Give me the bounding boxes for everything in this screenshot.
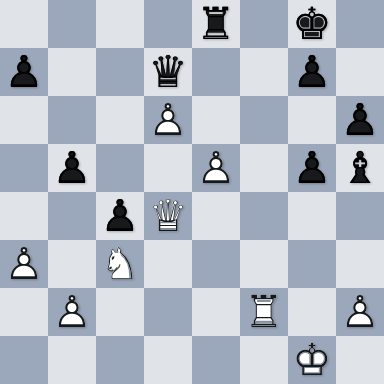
square-a7[interactable]: ♟♙ — [0, 48, 48, 96]
black-queen-glyph-outline: ♕ — [144, 48, 192, 96]
square-b1[interactable] — [48, 336, 96, 384]
square-e2[interactable] — [192, 288, 240, 336]
square-c7[interactable] — [96, 48, 144, 96]
black-pawn-glyph-outline: ♙ — [96, 192, 144, 240]
piece-black-rook[interactable]: ♜♖ — [192, 0, 240, 48]
piece-white-queen[interactable]: ♛♕ — [144, 192, 192, 240]
square-a3[interactable]: ♟♙ — [0, 240, 48, 288]
square-g5[interactable]: ♟♙ — [288, 144, 336, 192]
black-king-glyph-outline: ♔ — [288, 0, 336, 48]
square-a8[interactable] — [0, 0, 48, 48]
square-b6[interactable] — [48, 96, 96, 144]
white-pawn-glyph-outline: ♙ — [144, 96, 192, 144]
square-b3[interactable] — [48, 240, 96, 288]
black-pawn-glyph-outline: ♙ — [336, 96, 384, 144]
square-e3[interactable] — [192, 240, 240, 288]
piece-white-pawn[interactable]: ♟♙ — [0, 240, 48, 288]
black-pawn-glyph-outline: ♙ — [0, 48, 48, 96]
piece-black-king[interactable]: ♚♔ — [288, 0, 336, 48]
piece-black-pawn[interactable]: ♟♙ — [96, 192, 144, 240]
piece-white-king[interactable]: ♚♔ — [288, 336, 336, 384]
piece-black-bishop[interactable]: ♝♗ — [336, 144, 384, 192]
square-c4[interactable]: ♟♙ — [96, 192, 144, 240]
square-f2[interactable]: ♜♖ — [240, 288, 288, 336]
piece-white-knight[interactable]: ♞♘ — [96, 240, 144, 288]
square-h4[interactable] — [336, 192, 384, 240]
square-b5[interactable]: ♟♙ — [48, 144, 96, 192]
piece-white-pawn[interactable]: ♟♙ — [48, 288, 96, 336]
piece-white-pawn[interactable]: ♟♙ — [192, 144, 240, 192]
square-h5[interactable]: ♝♗ — [336, 144, 384, 192]
piece-black-pawn[interactable]: ♟♙ — [288, 48, 336, 96]
square-g3[interactable] — [288, 240, 336, 288]
square-b8[interactable] — [48, 0, 96, 48]
square-c6[interactable] — [96, 96, 144, 144]
square-b2[interactable]: ♟♙ — [48, 288, 96, 336]
piece-black-queen[interactable]: ♛♕ — [144, 48, 192, 96]
square-d8[interactable] — [144, 0, 192, 48]
white-pawn-glyph-outline: ♙ — [336, 288, 384, 336]
square-a5[interactable] — [0, 144, 48, 192]
piece-black-pawn[interactable]: ♟♙ — [48, 144, 96, 192]
square-e7[interactable] — [192, 48, 240, 96]
piece-black-pawn[interactable]: ♟♙ — [288, 144, 336, 192]
square-f1[interactable] — [240, 336, 288, 384]
square-a4[interactable] — [0, 192, 48, 240]
square-g7[interactable]: ♟♙ — [288, 48, 336, 96]
square-b7[interactable] — [48, 48, 96, 96]
square-e5[interactable]: ♟♙ — [192, 144, 240, 192]
piece-white-pawn[interactable]: ♟♙ — [144, 96, 192, 144]
square-e6[interactable] — [192, 96, 240, 144]
black-bishop-glyph-outline: ♗ — [336, 144, 384, 192]
square-f8[interactable] — [240, 0, 288, 48]
black-rook-glyph-outline: ♖ — [192, 0, 240, 48]
square-d3[interactable] — [144, 240, 192, 288]
square-b4[interactable] — [48, 192, 96, 240]
square-c3[interactable]: ♞♘ — [96, 240, 144, 288]
square-h7[interactable] — [336, 48, 384, 96]
square-d7[interactable]: ♛♕ — [144, 48, 192, 96]
square-g2[interactable] — [288, 288, 336, 336]
square-f5[interactable] — [240, 144, 288, 192]
square-d1[interactable] — [144, 336, 192, 384]
chess-board: ♜♖♚♔♟♙♛♕♟♙♟♙♟♙♟♙♟♙♟♙♝♗♟♙♛♕♟♙♞♘♟♙♜♖♟♙♚♔ — [0, 0, 384, 384]
screenshot-stage: ♜♖♚♔♟♙♛♕♟♙♟♙♟♙♟♙♟♙♟♙♝♗♟♙♛♕♟♙♞♘♟♙♜♖♟♙♚♔ — [0, 0, 384, 384]
square-g6[interactable] — [288, 96, 336, 144]
square-c5[interactable] — [96, 144, 144, 192]
black-pawn-glyph-outline: ♙ — [288, 144, 336, 192]
square-c2[interactable] — [96, 288, 144, 336]
square-h1[interactable] — [336, 336, 384, 384]
white-rook-glyph-outline: ♖ — [240, 288, 288, 336]
white-king-glyph-outline: ♔ — [288, 336, 336, 384]
square-e8[interactable]: ♜♖ — [192, 0, 240, 48]
square-d4[interactable]: ♛♕ — [144, 192, 192, 240]
white-pawn-glyph-outline: ♙ — [0, 240, 48, 288]
square-f4[interactable] — [240, 192, 288, 240]
square-h3[interactable] — [336, 240, 384, 288]
black-pawn-glyph-outline: ♙ — [48, 144, 96, 192]
square-d2[interactable] — [144, 288, 192, 336]
piece-black-pawn[interactable]: ♟♙ — [0, 48, 48, 96]
square-a2[interactable] — [0, 288, 48, 336]
white-pawn-glyph-outline: ♙ — [48, 288, 96, 336]
square-e4[interactable] — [192, 192, 240, 240]
square-h2[interactable]: ♟♙ — [336, 288, 384, 336]
piece-black-pawn[interactable]: ♟♙ — [336, 96, 384, 144]
square-g1[interactable]: ♚♔ — [288, 336, 336, 384]
square-d6[interactable]: ♟♙ — [144, 96, 192, 144]
piece-white-pawn[interactable]: ♟♙ — [336, 288, 384, 336]
square-e1[interactable] — [192, 336, 240, 384]
square-a1[interactable] — [0, 336, 48, 384]
piece-white-rook[interactable]: ♜♖ — [240, 288, 288, 336]
square-a6[interactable] — [0, 96, 48, 144]
black-pawn-glyph-outline: ♙ — [288, 48, 336, 96]
white-pawn-glyph-outline: ♙ — [192, 144, 240, 192]
square-d5[interactable] — [144, 144, 192, 192]
white-knight-glyph-outline: ♘ — [96, 240, 144, 288]
square-h6[interactable]: ♟♙ — [336, 96, 384, 144]
square-c1[interactable] — [96, 336, 144, 384]
square-c8[interactable] — [96, 0, 144, 48]
square-f7[interactable] — [240, 48, 288, 96]
square-g4[interactable] — [288, 192, 336, 240]
white-queen-glyph-outline: ♕ — [144, 192, 192, 240]
square-f3[interactable] — [240, 240, 288, 288]
square-h8[interactable] — [336, 0, 384, 48]
square-f6[interactable] — [240, 96, 288, 144]
square-g8[interactable]: ♚♔ — [288, 0, 336, 48]
